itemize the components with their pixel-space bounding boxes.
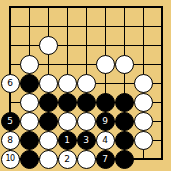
move-number-label: 9: [102, 117, 108, 126]
intersection: 10: [1, 150, 20, 169]
white-stone: [77, 150, 96, 169]
intersection: [115, 150, 134, 169]
black-stone: [77, 93, 96, 112]
intersection: [39, 112, 58, 131]
intersection: [20, 112, 39, 131]
intersection: [58, 17, 77, 36]
white-stone: [39, 131, 58, 150]
white-stone: [58, 112, 77, 131]
intersection: [39, 150, 58, 169]
white-stone: [77, 112, 96, 131]
black-stone: 3: [77, 131, 96, 150]
move-number-label: 2: [64, 155, 70, 164]
intersection: 4: [96, 131, 115, 150]
intersection: [39, 36, 58, 55]
white-stone: [96, 55, 115, 74]
intersection: [1, 36, 20, 55]
intersection: [39, 93, 58, 112]
intersection: [20, 74, 39, 93]
intersection: [134, 55, 153, 74]
intersection: [20, 0, 39, 17]
intersection: [1, 93, 20, 112]
intersection: [77, 93, 96, 112]
white-stone: 2: [58, 150, 77, 169]
intersection: [1, 17, 20, 36]
intersection: [20, 150, 39, 169]
intersection: [134, 112, 153, 131]
intersection: [77, 0, 96, 17]
intersection: [134, 93, 153, 112]
white-stone: [134, 74, 153, 93]
white-stone: [39, 36, 58, 55]
black-stone: [96, 93, 115, 112]
intersection: [115, 0, 134, 17]
black-stone: [115, 112, 134, 131]
intersection: [77, 17, 96, 36]
intersection: [115, 74, 134, 93]
intersection: [20, 55, 39, 74]
intersection: [1, 55, 20, 74]
intersection: [115, 93, 134, 112]
intersection: [153, 74, 172, 93]
go-diagram: 65981341027: [0, 0, 171, 171]
black-stone: [115, 150, 134, 169]
intersection: 5: [1, 112, 20, 131]
white-stone: 4: [96, 131, 115, 150]
intersection: [39, 74, 58, 93]
intersection: [115, 55, 134, 74]
intersection: [134, 0, 153, 17]
intersection: 9: [96, 112, 115, 131]
move-number-label: 3: [83, 136, 89, 145]
white-stone: 10: [1, 150, 20, 169]
intersection: [96, 36, 115, 55]
intersection: 1: [58, 131, 77, 150]
white-stone: [134, 112, 153, 131]
move-number-label: 6: [7, 79, 13, 88]
intersection: [134, 131, 153, 150]
white-stone: 8: [1, 131, 20, 150]
intersection: [20, 36, 39, 55]
black-stone: [115, 131, 134, 150]
black-stone: [20, 131, 39, 150]
move-number-label: 5: [7, 117, 13, 126]
intersection: [20, 17, 39, 36]
move-number-label: 1: [64, 136, 70, 145]
intersection: [77, 74, 96, 93]
white-stone: [134, 131, 153, 150]
black-stone: 7: [96, 150, 115, 169]
move-number-label: 7: [102, 155, 108, 164]
black-stone: [115, 93, 134, 112]
intersection: [58, 55, 77, 74]
intersection: [58, 74, 77, 93]
intersection: [58, 0, 77, 17]
intersection: [96, 74, 115, 93]
intersection: [77, 36, 96, 55]
intersection: 7: [96, 150, 115, 169]
intersection: [77, 150, 96, 169]
intersection: [96, 55, 115, 74]
intersection: [39, 0, 58, 17]
white-stone: [134, 93, 153, 112]
black-stone: [20, 150, 39, 169]
intersection: [58, 112, 77, 131]
intersection: [39, 131, 58, 150]
black-stone: [39, 112, 58, 131]
intersection: [134, 36, 153, 55]
intersection: [1, 0, 20, 17]
black-stone: [20, 74, 39, 93]
black-stone: 5: [1, 112, 20, 131]
intersection: 3: [77, 131, 96, 150]
white-stone: [20, 55, 39, 74]
intersection: [115, 112, 134, 131]
intersection: [96, 93, 115, 112]
black-stone: [39, 93, 58, 112]
intersection: [153, 0, 172, 17]
white-stone: [115, 55, 134, 74]
intersection: [153, 55, 172, 74]
intersection: [39, 17, 58, 36]
intersection: [39, 55, 58, 74]
intersection: [20, 131, 39, 150]
intersection: 8: [1, 131, 20, 150]
intersection: [20, 93, 39, 112]
white-stone: [39, 74, 58, 93]
intersection: [134, 74, 153, 93]
intersection: [153, 131, 172, 150]
white-stone: 6: [1, 74, 20, 93]
intersection: [153, 112, 172, 131]
intersection: [115, 17, 134, 36]
white-stone: [77, 74, 96, 93]
move-number-label: 10: [5, 155, 14, 163]
intersection: [96, 0, 115, 17]
move-number-label: 8: [7, 136, 13, 145]
intersection: [96, 17, 115, 36]
intersection: [153, 17, 172, 36]
black-stone: 1: [58, 131, 77, 150]
intersection: [77, 55, 96, 74]
white-stone: [20, 112, 39, 131]
intersection: [153, 150, 172, 169]
white-stone: [20, 93, 39, 112]
intersection: [115, 36, 134, 55]
intersection: 2: [58, 150, 77, 169]
intersection: [153, 93, 172, 112]
black-stone: [58, 93, 77, 112]
move-number-label: 4: [102, 136, 108, 145]
intersection: [115, 131, 134, 150]
white-stone: [39, 150, 58, 169]
black-stone: 9: [96, 112, 115, 131]
intersection: [134, 150, 153, 169]
intersection: [58, 93, 77, 112]
white-stone: [58, 74, 77, 93]
intersection: [58, 36, 77, 55]
go-board: 65981341027: [1, 0, 172, 169]
intersection: [134, 17, 153, 36]
intersection: [77, 112, 96, 131]
intersection: 6: [1, 74, 20, 93]
intersection: [153, 36, 172, 55]
